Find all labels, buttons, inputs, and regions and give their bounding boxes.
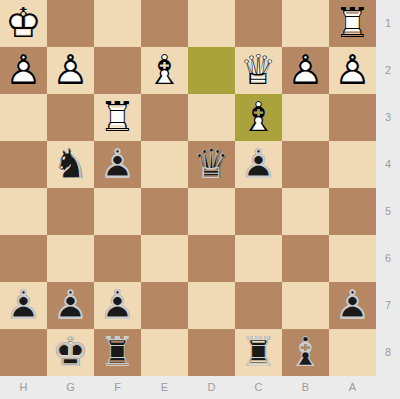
square-e5[interactable]	[141, 188, 188, 235]
square-h5[interactable]	[0, 188, 47, 235]
white-queen-glyph: ♛	[235, 47, 282, 94]
square-h4[interactable]	[0, 141, 47, 188]
square-e2[interactable]: ♝♗	[141, 47, 188, 94]
square-h2[interactable]: ♟♙	[0, 47, 47, 94]
black-queen-outline: ♕	[188, 141, 235, 188]
square-c3[interactable]: ♝♗	[235, 94, 282, 141]
square-e6[interactable]	[141, 235, 188, 282]
black-bishop-outline: ♗	[282, 329, 329, 376]
square-h7[interactable]: ♟♙	[0, 282, 47, 329]
square-b8[interactable]: ♝♗	[282, 329, 329, 376]
square-b1[interactable]	[282, 0, 329, 47]
white-bishop[interactable]: ♝♗	[235, 94, 282, 141]
black-bishop[interactable]: ♝♗	[282, 329, 329, 376]
white-rook[interactable]: ♜♖	[329, 0, 376, 47]
black-knight-glyph: ♞	[47, 141, 94, 188]
square-a8[interactable]	[329, 329, 376, 376]
white-rook-outline: ♖	[94, 94, 141, 141]
black-rook[interactable]: ♜♖	[235, 329, 282, 376]
square-c5[interactable]	[235, 188, 282, 235]
square-a2[interactable]: ♟♙	[329, 47, 376, 94]
white-rook[interactable]: ♜♖	[94, 94, 141, 141]
square-c6[interactable]	[235, 235, 282, 282]
square-h3[interactable]	[0, 94, 47, 141]
square-f8[interactable]: ♜♖	[94, 329, 141, 376]
square-c4[interactable]: ♟♙	[235, 141, 282, 188]
square-g6[interactable]	[47, 235, 94, 282]
black-pawn-outline: ♙	[329, 282, 376, 329]
black-pawn-outline: ♙	[47, 282, 94, 329]
square-g3[interactable]	[47, 94, 94, 141]
square-c2[interactable]: ♛♕	[235, 47, 282, 94]
square-a4[interactable]	[329, 141, 376, 188]
white-king-outline: ♔	[0, 0, 47, 47]
black-rook-outline: ♖	[94, 329, 141, 376]
white-pawn[interactable]: ♟♙	[329, 47, 376, 94]
black-pawn[interactable]: ♟♙	[0, 282, 47, 329]
black-rook-glyph: ♜	[235, 329, 282, 376]
black-queen[interactable]: ♛♕	[188, 141, 235, 188]
file-label-d: D	[188, 376, 235, 399]
white-bishop-outline: ♗	[235, 94, 282, 141]
black-pawn[interactable]: ♟♙	[94, 282, 141, 329]
file-label-a: A	[329, 376, 376, 399]
white-bishop-glyph: ♝	[235, 94, 282, 141]
white-pawn-outline: ♙	[282, 47, 329, 94]
chess-app: ♚♔♜♖♟♙♟♙♝♗♛♕♟♙♟♙♜♖♝♗♞♘♟♙♛♕♟♙♟♙♟♙♟♙♟♙♚♔♜♖…	[0, 0, 400, 399]
square-f2[interactable]	[94, 47, 141, 94]
rank-label-8: 8	[376, 329, 400, 376]
square-f1[interactable]	[94, 0, 141, 47]
square-c1[interactable]	[235, 0, 282, 47]
square-d8[interactable]	[188, 329, 235, 376]
black-queen-glyph: ♛	[188, 141, 235, 188]
file-label-b: B	[282, 376, 329, 399]
square-d5[interactable]	[188, 188, 235, 235]
black-bishop-glyph: ♝	[282, 329, 329, 376]
square-e7[interactable]	[141, 282, 188, 329]
square-g7[interactable]: ♟♙	[47, 282, 94, 329]
file-label-f: F	[94, 376, 141, 399]
white-bishop-glyph: ♝	[141, 47, 188, 94]
black-pawn-outline: ♙	[94, 141, 141, 188]
black-king-outline: ♔	[47, 329, 94, 376]
black-pawn-outline: ♙	[94, 282, 141, 329]
black-rook-outline: ♖	[235, 329, 282, 376]
square-f7[interactable]: ♟♙	[94, 282, 141, 329]
file-label-e: E	[141, 376, 188, 399]
black-pawn-glyph: ♟	[235, 141, 282, 188]
white-king-glyph: ♚	[0, 0, 47, 47]
white-rook-glyph: ♜	[94, 94, 141, 141]
white-pawn-glyph: ♟	[329, 47, 376, 94]
black-pawn-outline: ♙	[235, 141, 282, 188]
square-f5[interactable]	[94, 188, 141, 235]
rank-label-6: 6	[376, 235, 400, 282]
white-bishop[interactable]: ♝♗	[141, 47, 188, 94]
black-pawn-glyph: ♟	[94, 282, 141, 329]
white-bishop-outline: ♗	[141, 47, 188, 94]
square-e3[interactable]	[141, 94, 188, 141]
file-label-g: G	[47, 376, 94, 399]
rank-label-4: 4	[376, 141, 400, 188]
white-pawn-outline: ♙	[0, 47, 47, 94]
square-g8[interactable]: ♚♔	[47, 329, 94, 376]
black-pawn[interactable]: ♟♙	[47, 282, 94, 329]
black-pawn[interactable]: ♟♙	[94, 141, 141, 188]
square-b6[interactable]	[282, 235, 329, 282]
white-rook-outline: ♖	[329, 0, 376, 47]
square-h1[interactable]: ♚♔	[0, 0, 47, 47]
square-c7[interactable]	[235, 282, 282, 329]
black-knight[interactable]: ♞♘	[47, 141, 94, 188]
black-pawn[interactable]: ♟♙	[329, 282, 376, 329]
file-label-c: C	[235, 376, 282, 399]
black-pawn-glyph: ♟	[94, 141, 141, 188]
square-c8[interactable]: ♜♖	[235, 329, 282, 376]
square-e1[interactable]	[141, 0, 188, 47]
file-label-h: H	[0, 376, 47, 399]
black-knight-outline: ♘	[47, 141, 94, 188]
black-king-glyph: ♚	[47, 329, 94, 376]
square-e8[interactable]	[141, 329, 188, 376]
square-b2[interactable]: ♟♙	[282, 47, 329, 94]
square-h8[interactable]	[0, 329, 47, 376]
rank-labels: 12345678	[376, 0, 400, 376]
square-d3[interactable]	[188, 94, 235, 141]
square-f4[interactable]: ♟♙	[94, 141, 141, 188]
square-a3[interactable]	[329, 94, 376, 141]
white-pawn-glyph: ♟	[282, 47, 329, 94]
white-pawn-outline: ♙	[47, 47, 94, 94]
black-pawn-outline: ♙	[0, 282, 47, 329]
black-pawn-glyph: ♟	[0, 282, 47, 329]
white-pawn[interactable]: ♟♙	[282, 47, 329, 94]
black-rook[interactable]: ♜♖	[94, 329, 141, 376]
square-e4[interactable]	[141, 141, 188, 188]
square-g4[interactable]: ♞♘	[47, 141, 94, 188]
rank-label-7: 7	[376, 282, 400, 329]
square-a7[interactable]: ♟♙	[329, 282, 376, 329]
square-a5[interactable]	[329, 188, 376, 235]
square-d1[interactable]	[188, 0, 235, 47]
black-pawn[interactable]: ♟♙	[235, 141, 282, 188]
square-g5[interactable]	[47, 188, 94, 235]
white-queen[interactable]: ♛♕	[235, 47, 282, 94]
square-d6[interactable]	[188, 235, 235, 282]
square-d7[interactable]	[188, 282, 235, 329]
black-rook-glyph: ♜	[94, 329, 141, 376]
white-pawn-outline: ♙	[329, 47, 376, 94]
black-pawn-glyph: ♟	[47, 282, 94, 329]
file-labels: HGFEDCBA	[0, 376, 376, 399]
square-d4[interactable]: ♛♕	[188, 141, 235, 188]
black-pawn-glyph: ♟	[329, 282, 376, 329]
square-b3[interactable]	[282, 94, 329, 141]
white-pawn-glyph: ♟	[47, 47, 94, 94]
square-a6[interactable]	[329, 235, 376, 282]
square-b5[interactable]	[282, 188, 329, 235]
square-b7[interactable]	[282, 282, 329, 329]
square-f3[interactable]: ♜♖	[94, 94, 141, 141]
square-b4[interactable]	[282, 141, 329, 188]
square-a1[interactable]: ♜♖	[329, 0, 376, 47]
white-rook-glyph: ♜	[329, 0, 376, 47]
rank-label-2: 2	[376, 47, 400, 94]
square-d2[interactable]	[188, 47, 235, 94]
square-h6[interactable]	[0, 235, 47, 282]
white-pawn[interactable]: ♟♙	[0, 47, 47, 94]
rank-label-1: 1	[376, 0, 400, 47]
white-pawn[interactable]: ♟♙	[47, 47, 94, 94]
board-margin-corner	[376, 376, 400, 399]
square-g2[interactable]: ♟♙	[47, 47, 94, 94]
black-king[interactable]: ♚♔	[47, 329, 94, 376]
rank-label-3: 3	[376, 94, 400, 141]
rank-label-5: 5	[376, 188, 400, 235]
white-king[interactable]: ♚♔	[0, 0, 47, 47]
white-queen-outline: ♕	[235, 47, 282, 94]
chess-board: ♚♔♜♖♟♙♟♙♝♗♛♕♟♙♟♙♜♖♝♗♞♘♟♙♛♕♟♙♟♙♟♙♟♙♟♙♚♔♜♖…	[0, 0, 376, 376]
white-pawn-glyph: ♟	[0, 47, 47, 94]
square-g1[interactable]	[47, 0, 94, 47]
square-f6[interactable]	[94, 235, 141, 282]
